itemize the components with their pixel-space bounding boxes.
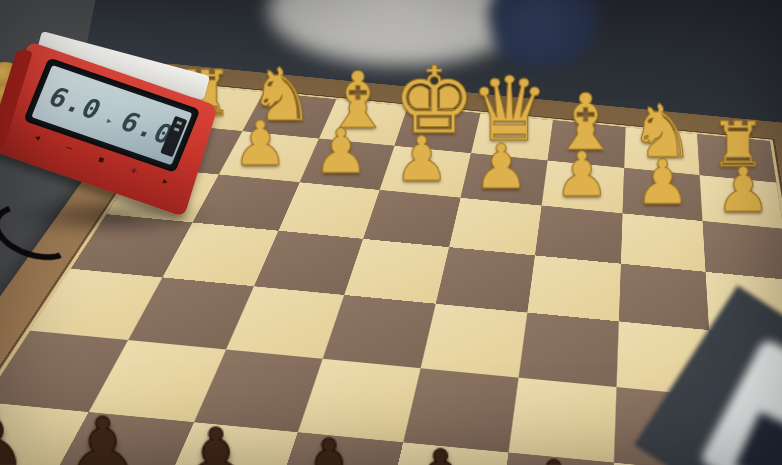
square[interactable]: [323, 295, 436, 368]
piece-wP[interactable]: ♟: [474, 136, 529, 198]
clock-button-icon: ◂: [33, 133, 41, 143]
piece-bP[interactable]: ♟: [515, 451, 593, 465]
square[interactable]: [436, 247, 535, 312]
piece-wP[interactable]: ♟: [715, 160, 770, 222]
square[interactable]: [449, 197, 541, 255]
square[interactable]: ♟: [380, 146, 471, 198]
piece-wP[interactable]: ♟: [394, 129, 449, 191]
square[interactable]: [345, 239, 449, 304]
square[interactable]: [363, 190, 460, 248]
clock-turn-indicator-icon: ▸: [106, 115, 114, 126]
clock-button-icon: ▪: [97, 154, 106, 164]
square[interactable]: [620, 213, 706, 272]
square[interactable]: ♟: [461, 153, 548, 205]
piece-bP[interactable]: ♟: [0, 397, 29, 465]
square[interactable]: [518, 312, 618, 386]
piece-wP[interactable]: ♟: [554, 144, 609, 206]
square[interactable]: [527, 256, 620, 322]
square[interactable]: ♟: [541, 160, 623, 213]
piece-wP[interactable]: ♟: [313, 121, 368, 183]
square[interactable]: [421, 304, 527, 378]
square[interactable]: [703, 221, 782, 281]
square[interactable]: [535, 205, 622, 264]
clock-time-left: 6.0: [44, 81, 108, 125]
clock-button-icon: −: [64, 143, 75, 154]
piece-wP[interactable]: ♟: [635, 152, 690, 214]
piece-bP[interactable]: ♟: [64, 408, 142, 465]
square[interactable]: [618, 264, 709, 330]
clock-button-icon: ▸: [162, 177, 170, 187]
square[interactable]: ♟: [299, 138, 395, 189]
piece-bP[interactable]: ♟: [402, 440, 480, 465]
square[interactable]: ♟: [43, 412, 194, 465]
photo-scene: ♜♞♝♚♛♝♞♜♟♟♟♟♟♟♟♟♟♟♟♟♟♟♟♟♜♞♝♚♛♝♞♜ 6.0 ▸ 6…: [0, 0, 782, 465]
square[interactable]: ♟: [700, 175, 782, 228]
piece-wP[interactable]: ♟: [233, 113, 288, 175]
clock-button-icon: +: [128, 165, 139, 176]
square[interactable]: ♟: [622, 168, 703, 221]
